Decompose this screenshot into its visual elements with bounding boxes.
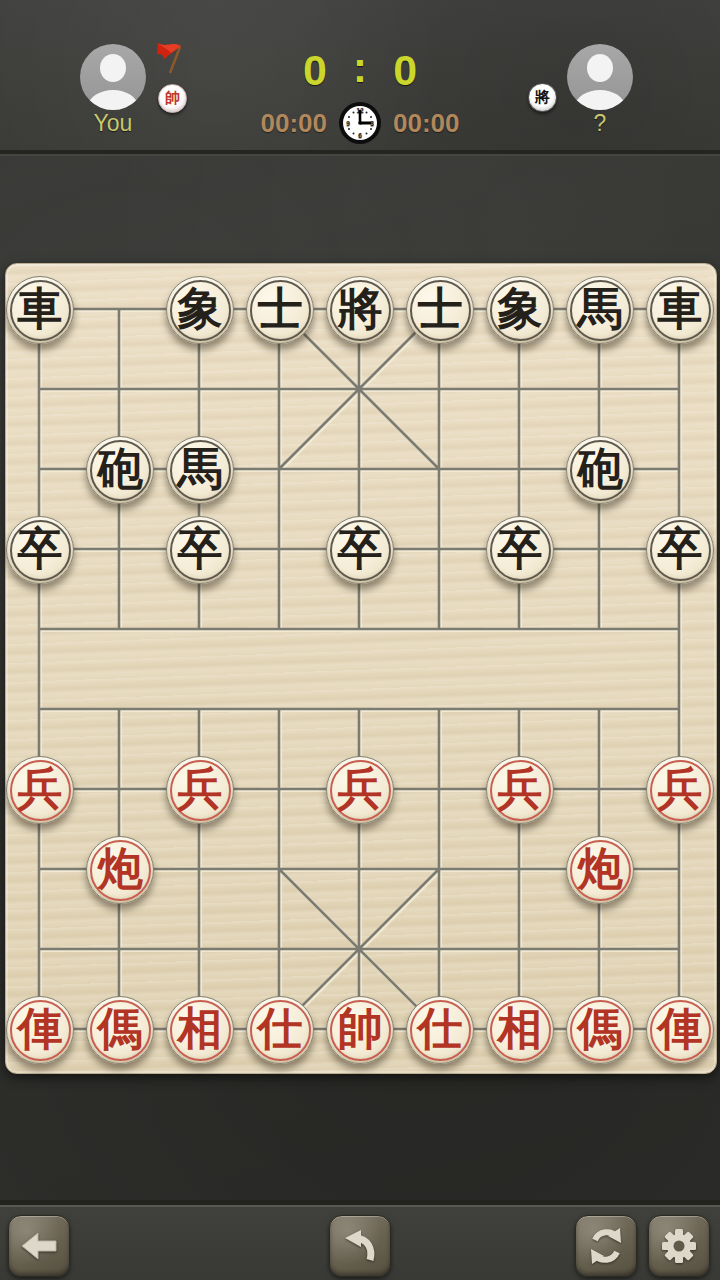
piece-black-象[interactable]: 象: [166, 276, 234, 344]
back-button[interactable]: [8, 1215, 70, 1277]
board-pieces: 車象士將士象馬車砲馬砲卒卒卒卒卒兵兵兵兵兵炮炮俥傌相仕帥仕相傌俥: [6, 264, 716, 1073]
piece-red-兵[interactable]: 兵: [646, 756, 714, 824]
piece-red-仕[interactable]: 仕: [246, 996, 314, 1064]
piece-glyph: 兵: [178, 766, 223, 811]
right-timer: 00:00: [393, 108, 460, 139]
svg-text:9: 9: [346, 120, 350, 127]
piece-red-傌[interactable]: 傌: [566, 996, 634, 1064]
piece-red-傌[interactable]: 傌: [86, 996, 154, 1064]
undo-button[interactable]: [329, 1215, 391, 1277]
piece-glyph: 卒: [178, 526, 223, 571]
piece-glyph: 象: [178, 286, 223, 331]
piece-red-俥[interactable]: 俥: [6, 996, 74, 1064]
piece-black-卒[interactable]: 卒: [6, 516, 74, 584]
piece-glyph: 卒: [338, 526, 383, 571]
piece-glyph: 傌: [98, 1006, 143, 1051]
top-bar: 帥 You 0 : 0 00:00 123 69: [0, 0, 720, 154]
piece-red-兵[interactable]: 兵: [6, 756, 74, 824]
piece-red-俥[interactable]: 俥: [646, 996, 714, 1064]
piece-black-象[interactable]: 象: [486, 276, 554, 344]
piece-glyph: 砲: [98, 446, 143, 491]
piece-glyph: 兵: [658, 766, 703, 811]
piece-glyph: 士: [418, 286, 463, 331]
piece-glyph: 俥: [658, 1006, 703, 1051]
piece-glyph: 車: [658, 286, 703, 331]
piece-black-砲[interactable]: 砲: [86, 436, 154, 504]
piece-glyph: 卒: [18, 526, 63, 571]
settings-button[interactable]: [648, 1215, 710, 1277]
piece-glyph: 馬: [578, 286, 623, 331]
piece-glyph: 砲: [578, 446, 623, 491]
restart-button[interactable]: [575, 1215, 637, 1277]
piece-red-相[interactable]: 相: [166, 996, 234, 1064]
piece-glyph: 俥: [18, 1006, 63, 1051]
right-badge-glyph: 將: [535, 88, 550, 107]
piece-red-炮[interactable]: 炮: [86, 836, 154, 904]
piece-glyph: 卒: [658, 526, 703, 571]
score-right: 0: [393, 46, 417, 95]
piece-glyph: 象: [498, 286, 543, 331]
bottom-bar: [0, 1200, 720, 1280]
piece-red-兵[interactable]: 兵: [166, 756, 234, 824]
piece-glyph: 車: [18, 286, 63, 331]
piece-glyph: 傌: [578, 1006, 623, 1051]
piece-glyph: 卒: [498, 526, 543, 571]
piece-red-仕[interactable]: 仕: [406, 996, 474, 1064]
right-player-avatar[interactable]: [567, 44, 633, 110]
piece-red-帥[interactable]: 帥: [326, 996, 394, 1064]
piece-glyph: 炮: [98, 846, 143, 891]
avatar-head: [587, 54, 613, 82]
piece-red-炮[interactable]: 炮: [566, 836, 634, 904]
piece-red-相[interactable]: 相: [486, 996, 554, 1064]
app-screen: 帥 You 0 : 0 00:00 123 69: [0, 0, 720, 1280]
board[interactable]: 車象士將士象馬車砲馬砲卒卒卒卒卒兵兵兵兵兵炮炮俥傌相仕帥仕相傌俥: [5, 263, 717, 1074]
svg-text:6: 6: [358, 132, 362, 139]
piece-black-卒[interactable]: 卒: [486, 516, 554, 584]
piece-glyph: 仕: [418, 1006, 463, 1051]
piece-glyph: 將: [338, 286, 383, 331]
piece-black-馬[interactable]: 馬: [166, 436, 234, 504]
piece-red-兵[interactable]: 兵: [486, 756, 554, 824]
piece-glyph: 士: [258, 286, 303, 331]
piece-black-士[interactable]: 士: [406, 276, 474, 344]
piece-black-士[interactable]: 士: [246, 276, 314, 344]
piece-black-砲[interactable]: 砲: [566, 436, 634, 504]
score-separator: :: [353, 43, 367, 92]
piece-black-馬[interactable]: 馬: [566, 276, 634, 344]
piece-glyph: 炮: [578, 846, 623, 891]
piece-glyph: 相: [178, 1006, 223, 1051]
right-player-name: ?: [535, 110, 665, 137]
piece-glyph: 兵: [338, 766, 383, 811]
left-timer: 00:00: [261, 108, 328, 139]
left-arrow-icon: [17, 1224, 61, 1268]
piece-black-卒[interactable]: 卒: [326, 516, 394, 584]
piece-glyph: 兵: [18, 766, 63, 811]
piece-black-車[interactable]: 車: [646, 276, 714, 344]
clock-icon: 123 69: [337, 100, 383, 146]
undo-arrow-icon: [337, 1223, 383, 1269]
piece-black-卒[interactable]: 卒: [646, 516, 714, 584]
piece-glyph: 相: [498, 1006, 543, 1051]
piece-black-車[interactable]: 車: [6, 276, 74, 344]
right-player-side-badge: 將: [528, 83, 557, 112]
piece-black-卒[interactable]: 卒: [166, 516, 234, 584]
piece-glyph: 帥: [338, 1006, 383, 1051]
piece-red-兵[interactable]: 兵: [326, 756, 394, 824]
gear-icon: [656, 1223, 702, 1269]
piece-glyph: 仕: [258, 1006, 303, 1051]
refresh-icon: [583, 1223, 629, 1269]
piece-glyph: 馬: [178, 446, 223, 491]
piece-black-將[interactable]: 將: [326, 276, 394, 344]
score-left: 0: [303, 46, 327, 95]
piece-glyph: 兵: [498, 766, 543, 811]
